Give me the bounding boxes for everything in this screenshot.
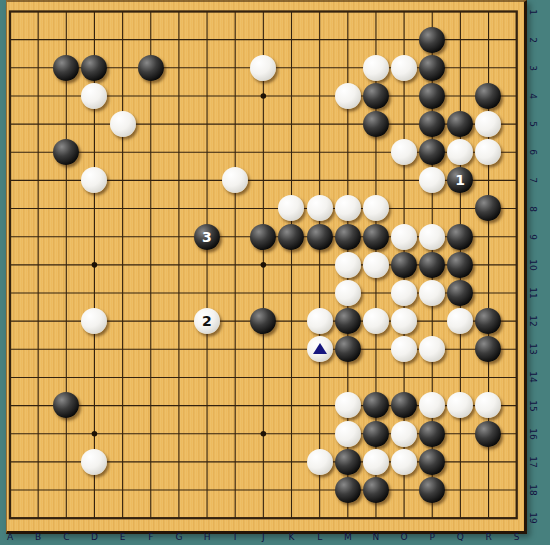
intersection-C18[interactable] — [52, 476, 80, 504]
intersection-E19[interactable] — [108, 504, 136, 532]
intersection-M13[interactable] — [334, 335, 362, 363]
intersection-R7[interactable] — [474, 166, 502, 194]
intersection-R10[interactable] — [474, 251, 502, 279]
intersection-O16[interactable] — [390, 420, 418, 448]
intersection-R19[interactable] — [474, 504, 502, 532]
intersection-H14[interactable] — [193, 363, 221, 391]
intersection-A18[interactable] — [0, 476, 24, 504]
intersection-D4[interactable] — [80, 82, 108, 110]
intersection-E7[interactable] — [108, 166, 136, 194]
intersection-F9[interactable] — [137, 223, 165, 251]
intersection-K15[interactable] — [277, 391, 305, 419]
intersection-N9[interactable] — [362, 223, 390, 251]
intersection-D7[interactable] — [80, 166, 108, 194]
intersection-K10[interactable] — [277, 251, 305, 279]
intersection-K14[interactable] — [277, 363, 305, 391]
intersection-H6[interactable] — [193, 138, 221, 166]
intersection-P19[interactable] — [418, 504, 446, 532]
intersection-H9[interactable]: 3 — [193, 223, 221, 251]
intersection-D6[interactable] — [80, 138, 108, 166]
intersection-O1[interactable] — [390, 0, 418, 26]
intersection-K9[interactable] — [277, 223, 305, 251]
intersection-C12[interactable] — [52, 307, 80, 335]
intersection-R3[interactable] — [474, 54, 502, 82]
intersection-G3[interactable] — [165, 54, 193, 82]
intersection-I3[interactable] — [221, 54, 249, 82]
intersection-P2[interactable] — [418, 26, 446, 54]
intersection-S5[interactable] — [502, 110, 530, 138]
intersection-S14[interactable] — [502, 363, 530, 391]
intersection-L4[interactable] — [305, 82, 333, 110]
intersection-R18[interactable] — [474, 476, 502, 504]
intersection-G2[interactable] — [165, 26, 193, 54]
intersection-Q4[interactable] — [446, 82, 474, 110]
intersection-H16[interactable] — [193, 420, 221, 448]
intersection-Q5[interactable] — [446, 110, 474, 138]
intersection-Q11[interactable] — [446, 279, 474, 307]
intersection-O12[interactable] — [390, 307, 418, 335]
intersection-G9[interactable] — [165, 223, 193, 251]
intersection-G19[interactable] — [165, 504, 193, 532]
intersection-S19[interactable] — [502, 504, 530, 532]
intersection-S3[interactable] — [502, 54, 530, 82]
intersection-Q13[interactable] — [446, 335, 474, 363]
intersection-M18[interactable] — [334, 476, 362, 504]
intersection-D13[interactable] — [80, 335, 108, 363]
intersection-L1[interactable] — [305, 0, 333, 26]
intersection-F19[interactable] — [137, 504, 165, 532]
intersection-C17[interactable] — [52, 448, 80, 476]
intersection-D2[interactable] — [80, 26, 108, 54]
intersection-L18[interactable] — [305, 476, 333, 504]
intersection-K6[interactable] — [277, 138, 305, 166]
intersection-L5[interactable] — [305, 110, 333, 138]
intersection-J3[interactable] — [249, 54, 277, 82]
intersection-J12[interactable] — [249, 307, 277, 335]
intersection-A12[interactable] — [0, 307, 24, 335]
intersection-K1[interactable] — [277, 0, 305, 26]
intersection-C14[interactable] — [52, 363, 80, 391]
intersection-I16[interactable] — [221, 420, 249, 448]
intersection-C5[interactable] — [52, 110, 80, 138]
intersection-A16[interactable] — [0, 420, 24, 448]
intersection-Q17[interactable] — [446, 448, 474, 476]
intersection-H10[interactable] — [193, 251, 221, 279]
intersection-N7[interactable] — [362, 166, 390, 194]
intersection-A1[interactable] — [0, 0, 24, 26]
intersection-S18[interactable] — [502, 476, 530, 504]
intersection-E14[interactable] — [108, 363, 136, 391]
intersection-M15[interactable] — [334, 391, 362, 419]
intersection-P4[interactable] — [418, 82, 446, 110]
intersection-I11[interactable] — [221, 279, 249, 307]
intersection-L11[interactable] — [305, 279, 333, 307]
intersection-R11[interactable] — [474, 279, 502, 307]
intersection-N19[interactable] — [362, 504, 390, 532]
intersection-J6[interactable] — [249, 138, 277, 166]
intersection-B18[interactable] — [24, 476, 52, 504]
intersection-S9[interactable] — [502, 223, 530, 251]
intersection-P5[interactable] — [418, 110, 446, 138]
intersection-F3[interactable] — [137, 54, 165, 82]
intersection-S17[interactable] — [502, 448, 530, 476]
intersection-L9[interactable] — [305, 223, 333, 251]
intersection-A10[interactable] — [0, 251, 24, 279]
intersection-O8[interactable] — [390, 194, 418, 222]
intersection-A13[interactable] — [0, 335, 24, 363]
intersection-G1[interactable] — [165, 0, 193, 26]
intersection-M14[interactable] — [334, 363, 362, 391]
intersection-B6[interactable] — [24, 138, 52, 166]
intersection-G16[interactable] — [165, 420, 193, 448]
intersection-J10[interactable] — [249, 251, 277, 279]
intersection-M16[interactable] — [334, 420, 362, 448]
intersection-G14[interactable] — [165, 363, 193, 391]
intersection-H12[interactable]: 2 — [193, 307, 221, 335]
intersection-N13[interactable] — [362, 335, 390, 363]
intersection-F1[interactable] — [137, 0, 165, 26]
intersection-R14[interactable] — [474, 363, 502, 391]
intersection-E5[interactable] — [108, 110, 136, 138]
intersection-S7[interactable] — [502, 166, 530, 194]
intersection-G12[interactable] — [165, 307, 193, 335]
intersection-F11[interactable] — [137, 279, 165, 307]
intersection-G17[interactable] — [165, 448, 193, 476]
intersection-N3[interactable] — [362, 54, 390, 82]
intersection-S2[interactable] — [502, 26, 530, 54]
intersection-N12[interactable] — [362, 307, 390, 335]
intersection-P10[interactable] — [418, 251, 446, 279]
intersection-I4[interactable] — [221, 82, 249, 110]
intersection-D8[interactable] — [80, 194, 108, 222]
intersection-A11[interactable] — [0, 279, 24, 307]
intersection-R13[interactable] — [474, 335, 502, 363]
intersection-N14[interactable] — [362, 363, 390, 391]
intersection-J1[interactable] — [249, 0, 277, 26]
intersection-N6[interactable] — [362, 138, 390, 166]
intersection-P18[interactable] — [418, 476, 446, 504]
intersection-R1[interactable] — [474, 0, 502, 26]
intersection-M4[interactable] — [334, 82, 362, 110]
intersection-M7[interactable] — [334, 166, 362, 194]
intersection-R5[interactable] — [474, 110, 502, 138]
intersection-Q8[interactable] — [446, 194, 474, 222]
intersection-B5[interactable] — [24, 110, 52, 138]
intersection-S1[interactable] — [502, 0, 530, 26]
intersection-K18[interactable] — [277, 476, 305, 504]
intersection-B19[interactable] — [24, 504, 52, 532]
intersection-A3[interactable] — [0, 54, 24, 82]
intersection-I6[interactable] — [221, 138, 249, 166]
intersection-D18[interactable] — [80, 476, 108, 504]
intersection-J2[interactable] — [249, 26, 277, 54]
intersection-L14[interactable] — [305, 363, 333, 391]
intersection-F17[interactable] — [137, 448, 165, 476]
intersection-I18[interactable] — [221, 476, 249, 504]
intersection-Q16[interactable] — [446, 420, 474, 448]
intersection-E12[interactable] — [108, 307, 136, 335]
intersection-F6[interactable] — [137, 138, 165, 166]
intersection-S15[interactable] — [502, 391, 530, 419]
intersection-C10[interactable] — [52, 251, 80, 279]
intersection-K4[interactable] — [277, 82, 305, 110]
intersection-M9[interactable] — [334, 223, 362, 251]
intersection-G13[interactable] — [165, 335, 193, 363]
intersection-S4[interactable] — [502, 82, 530, 110]
intersection-N5[interactable] — [362, 110, 390, 138]
intersection-K13[interactable] — [277, 335, 305, 363]
intersection-A14[interactable] — [0, 363, 24, 391]
intersection-E10[interactable] — [108, 251, 136, 279]
intersection-F12[interactable] — [137, 307, 165, 335]
intersection-D11[interactable] — [80, 279, 108, 307]
intersection-A17[interactable] — [0, 448, 24, 476]
intersection-P11[interactable] — [418, 279, 446, 307]
intersection-B9[interactable] — [24, 223, 52, 251]
intersection-N1[interactable] — [362, 0, 390, 26]
intersection-M6[interactable] — [334, 138, 362, 166]
intersection-O6[interactable] — [390, 138, 418, 166]
intersection-B4[interactable] — [24, 82, 52, 110]
intersection-Q18[interactable] — [446, 476, 474, 504]
intersection-F7[interactable] — [137, 166, 165, 194]
intersection-R17[interactable] — [474, 448, 502, 476]
intersection-P8[interactable] — [418, 194, 446, 222]
intersection-B15[interactable] — [24, 391, 52, 419]
intersection-Q6[interactable] — [446, 138, 474, 166]
intersection-D5[interactable] — [80, 110, 108, 138]
intersection-E15[interactable] — [108, 391, 136, 419]
intersection-K11[interactable] — [277, 279, 305, 307]
intersection-O10[interactable] — [390, 251, 418, 279]
intersection-J16[interactable] — [249, 420, 277, 448]
intersection-J15[interactable] — [249, 391, 277, 419]
intersection-N17[interactable] — [362, 448, 390, 476]
intersection-I10[interactable] — [221, 251, 249, 279]
intersection-P16[interactable] — [418, 420, 446, 448]
intersection-L7[interactable] — [305, 166, 333, 194]
intersection-R16[interactable] — [474, 420, 502, 448]
intersection-R2[interactable] — [474, 26, 502, 54]
intersection-P1[interactable] — [418, 0, 446, 26]
intersection-A4[interactable] — [0, 82, 24, 110]
intersection-B14[interactable] — [24, 363, 52, 391]
intersection-Q9[interactable] — [446, 223, 474, 251]
intersection-J14[interactable] — [249, 363, 277, 391]
intersection-F13[interactable] — [137, 335, 165, 363]
intersection-S16[interactable] — [502, 420, 530, 448]
intersection-P17[interactable] — [418, 448, 446, 476]
intersection-L8[interactable] — [305, 194, 333, 222]
intersection-N16[interactable] — [362, 420, 390, 448]
intersection-H8[interactable] — [193, 194, 221, 222]
intersection-K3[interactable] — [277, 54, 305, 82]
intersection-Q14[interactable] — [446, 363, 474, 391]
intersection-D15[interactable] — [80, 391, 108, 419]
intersection-I1[interactable] — [221, 0, 249, 26]
intersection-D19[interactable] — [80, 504, 108, 532]
intersection-K17[interactable] — [277, 448, 305, 476]
intersection-R15[interactable] — [474, 391, 502, 419]
intersection-J18[interactable] — [249, 476, 277, 504]
intersection-I19[interactable] — [221, 504, 249, 532]
intersection-B8[interactable] — [24, 194, 52, 222]
intersection-Q1[interactable] — [446, 0, 474, 26]
intersection-K7[interactable] — [277, 166, 305, 194]
intersection-C16[interactable] — [52, 420, 80, 448]
intersection-A7[interactable] — [0, 166, 24, 194]
intersection-J5[interactable] — [249, 110, 277, 138]
intersection-C1[interactable] — [52, 0, 80, 26]
intersection-E2[interactable] — [108, 26, 136, 54]
intersection-H13[interactable] — [193, 335, 221, 363]
intersection-I5[interactable] — [221, 110, 249, 138]
intersection-P14[interactable] — [418, 363, 446, 391]
intersection-A8[interactable] — [0, 194, 24, 222]
intersection-P7[interactable] — [418, 166, 446, 194]
intersection-B16[interactable] — [24, 420, 52, 448]
intersection-Q15[interactable] — [446, 391, 474, 419]
intersection-I7[interactable] — [221, 166, 249, 194]
intersection-N10[interactable] — [362, 251, 390, 279]
intersection-A19[interactable] — [0, 504, 24, 532]
intersection-E16[interactable] — [108, 420, 136, 448]
intersection-E11[interactable] — [108, 279, 136, 307]
intersection-I8[interactable] — [221, 194, 249, 222]
intersection-C13[interactable] — [52, 335, 80, 363]
intersection-L3[interactable] — [305, 54, 333, 82]
intersection-Q10[interactable] — [446, 251, 474, 279]
intersection-H18[interactable] — [193, 476, 221, 504]
intersection-J19[interactable] — [249, 504, 277, 532]
intersection-J17[interactable] — [249, 448, 277, 476]
intersection-H17[interactable] — [193, 448, 221, 476]
intersection-F10[interactable] — [137, 251, 165, 279]
intersection-G5[interactable] — [165, 110, 193, 138]
intersection-L2[interactable] — [305, 26, 333, 54]
intersection-R8[interactable] — [474, 194, 502, 222]
intersection-E17[interactable] — [108, 448, 136, 476]
intersection-N15[interactable] — [362, 391, 390, 419]
intersection-S11[interactable] — [502, 279, 530, 307]
intersection-B2[interactable] — [24, 26, 52, 54]
intersection-Q3[interactable] — [446, 54, 474, 82]
intersection-M19[interactable] — [334, 504, 362, 532]
intersection-N11[interactable] — [362, 279, 390, 307]
intersection-C4[interactable] — [52, 82, 80, 110]
intersection-O14[interactable] — [390, 363, 418, 391]
intersection-E3[interactable] — [108, 54, 136, 82]
intersection-F2[interactable] — [137, 26, 165, 54]
intersection-S13[interactable] — [502, 335, 530, 363]
intersection-M2[interactable] — [334, 26, 362, 54]
intersection-M8[interactable] — [334, 194, 362, 222]
intersection-C11[interactable] — [52, 279, 80, 307]
intersection-D16[interactable] — [80, 420, 108, 448]
intersection-C7[interactable] — [52, 166, 80, 194]
intersection-F14[interactable] — [137, 363, 165, 391]
intersection-G4[interactable] — [165, 82, 193, 110]
intersection-J13[interactable] — [249, 335, 277, 363]
intersection-O13[interactable] — [390, 335, 418, 363]
intersection-L19[interactable] — [305, 504, 333, 532]
intersection-D14[interactable] — [80, 363, 108, 391]
intersection-B1[interactable] — [24, 0, 52, 26]
intersection-Q19[interactable] — [446, 504, 474, 532]
intersection-H7[interactable] — [193, 166, 221, 194]
intersection-C15[interactable] — [52, 391, 80, 419]
intersection-J8[interactable] — [249, 194, 277, 222]
intersection-K12[interactable] — [277, 307, 305, 335]
intersection-O11[interactable] — [390, 279, 418, 307]
intersection-S12[interactable] — [502, 307, 530, 335]
intersection-O17[interactable] — [390, 448, 418, 476]
intersection-M1[interactable] — [334, 0, 362, 26]
intersection-I13[interactable] — [221, 335, 249, 363]
intersection-E8[interactable] — [108, 194, 136, 222]
intersection-K16[interactable] — [277, 420, 305, 448]
intersection-D17[interactable] — [80, 448, 108, 476]
intersection-B17[interactable] — [24, 448, 52, 476]
intersection-L17[interactable] — [305, 448, 333, 476]
intersection-K5[interactable] — [277, 110, 305, 138]
intersection-P12[interactable] — [418, 307, 446, 335]
intersection-C8[interactable] — [52, 194, 80, 222]
intersection-M3[interactable] — [334, 54, 362, 82]
intersection-F16[interactable] — [137, 420, 165, 448]
intersection-D12[interactable] — [80, 307, 108, 335]
intersection-Q12[interactable] — [446, 307, 474, 335]
intersection-I2[interactable] — [221, 26, 249, 54]
intersection-A15[interactable] — [0, 391, 24, 419]
intersection-N2[interactable] — [362, 26, 390, 54]
intersection-Q2[interactable] — [446, 26, 474, 54]
intersection-R6[interactable] — [474, 138, 502, 166]
intersection-L6[interactable] — [305, 138, 333, 166]
intersection-A6[interactable] — [0, 138, 24, 166]
intersection-D9[interactable] — [80, 223, 108, 251]
intersection-O15[interactable] — [390, 391, 418, 419]
intersection-C2[interactable] — [52, 26, 80, 54]
intersection-S8[interactable] — [502, 194, 530, 222]
intersection-E18[interactable] — [108, 476, 136, 504]
intersection-E4[interactable] — [108, 82, 136, 110]
intersection-I15[interactable] — [221, 391, 249, 419]
intersection-L10[interactable] — [305, 251, 333, 279]
intersection-O9[interactable] — [390, 223, 418, 251]
intersection-C9[interactable] — [52, 223, 80, 251]
intersection-C3[interactable] — [52, 54, 80, 82]
intersection-R9[interactable] — [474, 223, 502, 251]
intersection-B10[interactable] — [24, 251, 52, 279]
intersection-L15[interactable] — [305, 391, 333, 419]
intersection-F8[interactable] — [137, 194, 165, 222]
intersection-B12[interactable] — [24, 307, 52, 335]
intersection-G10[interactable] — [165, 251, 193, 279]
intersection-D3[interactable] — [80, 54, 108, 82]
intersection-H1[interactable] — [193, 0, 221, 26]
intersection-S10[interactable] — [502, 251, 530, 279]
intersection-F5[interactable] — [137, 110, 165, 138]
intersection-J7[interactable] — [249, 166, 277, 194]
intersection-K8[interactable] — [277, 194, 305, 222]
intersection-O18[interactable] — [390, 476, 418, 504]
intersection-C19[interactable] — [52, 504, 80, 532]
intersection-I14[interactable] — [221, 363, 249, 391]
intersection-K2[interactable] — [277, 26, 305, 54]
intersection-D10[interactable] — [80, 251, 108, 279]
intersection-M10[interactable] — [334, 251, 362, 279]
